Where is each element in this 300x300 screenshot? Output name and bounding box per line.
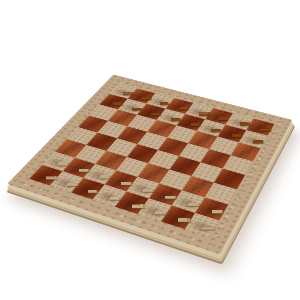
square-h1: ♜ [185, 213, 219, 237]
chess-board: ♜♞♝♛♚♝♞♜♟♟♟♟♟♟♟♟♟♟♟♟♟♟♟♟♜♞♝♛♚♝♞♜ [7, 75, 292, 255]
product-photo: ♜♞♝♛♚♝♞♜♟♟♟♟♟♟♟♟♟♟♟♟♟♟♟♟♜♞♝♛♚♝♞♜ [0, 0, 300, 300]
